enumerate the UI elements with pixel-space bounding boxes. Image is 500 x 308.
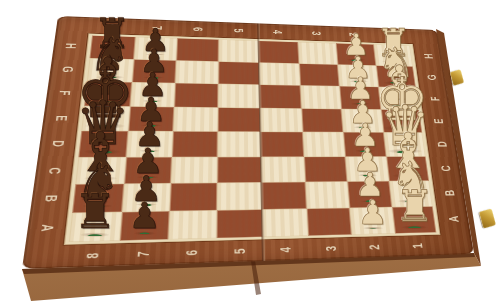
square-h5[interactable] [218, 39, 259, 62]
square-b4[interactable] [261, 182, 306, 209]
square-h4[interactable] [258, 41, 298, 64]
file-label-left-d: D [49, 137, 66, 150]
white-pawn-glyph: ♟ [358, 195, 388, 228]
rank-label-bottom-1: 1 [410, 239, 425, 253]
square-c4[interactable] [261, 157, 305, 183]
square-e6[interactable] [173, 107, 217, 132]
rank-label-bottom-7: 7 [135, 246, 151, 261]
square-b5[interactable] [216, 182, 262, 210]
square-a3[interactable] [306, 208, 351, 236]
rank-label-bottom-4: 4 [278, 242, 293, 257]
square-c3[interactable] [304, 156, 348, 182]
square-e4[interactable] [260, 108, 302, 132]
brass-clasp-top [450, 69, 464, 85]
square-c5[interactable] [217, 157, 262, 183]
rank-label-bottom-6: 6 [184, 245, 200, 260]
rank-label-bottom-5: 5 [232, 244, 247, 259]
square-e5[interactable] [217, 107, 260, 131]
square-e3[interactable] [301, 108, 343, 132]
rank-label-bottom-3: 3 [323, 241, 338, 255]
file-label-left-f: F [56, 87, 72, 99]
square-a4[interactable] [262, 208, 308, 237]
product-photo-stage: 88HH77GG66FF55EE44DD33CC22BB11AA ♜♟♟♜♞♟♟… [0, 0, 500, 308]
file-label-left-g: G [59, 63, 75, 75]
file-label-right-d: D [435, 138, 449, 150]
file-label-left-e: E [53, 112, 69, 125]
square-b6[interactable] [170, 183, 217, 211]
rank-label-bottom-8: 8 [84, 248, 101, 264]
rank-label-top-3: 3 [310, 28, 323, 39]
file-label-right-f: F [428, 93, 441, 104]
square-b3[interactable] [305, 182, 350, 209]
square-h6[interactable] [176, 38, 218, 61]
brass-clasp-bottom [479, 209, 496, 229]
file-label-left-c: C [46, 164, 63, 178]
piece-white-pawn[interactable]: ♟ [358, 195, 388, 228]
black-pawn-glyph: ♟ [128, 198, 160, 234]
square-d6[interactable] [172, 131, 217, 156]
rank-label-top-4: 4 [271, 26, 284, 37]
square-c6[interactable] [171, 157, 217, 184]
square-a5[interactable] [216, 209, 262, 238]
square-h3[interactable] [298, 42, 338, 64]
rank-label-top-5: 5 [232, 25, 245, 36]
piece-white-rook[interactable]: ♜ [395, 185, 434, 228]
piece-black-rook[interactable]: ♜ [74, 188, 117, 236]
piece-black-pawn[interactable]: ♟ [128, 198, 160, 234]
square-d3[interactable] [302, 132, 345, 157]
white-rook-glyph: ♜ [395, 185, 434, 228]
file-label-right-c: C [438, 162, 452, 174]
file-label-left-a: A [38, 220, 56, 235]
square-f6[interactable] [174, 83, 218, 107]
square-d5[interactable] [217, 132, 261, 157]
rank-label-bottom-2: 2 [367, 240, 382, 254]
rank-label-top-6: 6 [192, 24, 205, 35]
file-label-left-b: B [42, 191, 60, 205]
square-f3[interactable] [300, 85, 341, 108]
square-f5[interactable] [218, 84, 260, 108]
file-label-right-e: E [431, 116, 445, 127]
square-g4[interactable] [259, 62, 300, 85]
square-g6[interactable] [175, 60, 218, 84]
square-g5[interactable] [218, 61, 260, 84]
file-label-right-b: B [442, 187, 456, 200]
square-g3[interactable] [299, 63, 340, 86]
black-rook-glyph: ♜ [74, 188, 117, 236]
file-label-right-h: H [422, 51, 435, 61]
file-label-right-a: A [446, 212, 461, 225]
file-label-left-h: H [63, 40, 78, 52]
square-d4[interactable] [260, 132, 303, 157]
square-f4[interactable] [259, 85, 301, 109]
square-a6[interactable] [168, 210, 216, 239]
